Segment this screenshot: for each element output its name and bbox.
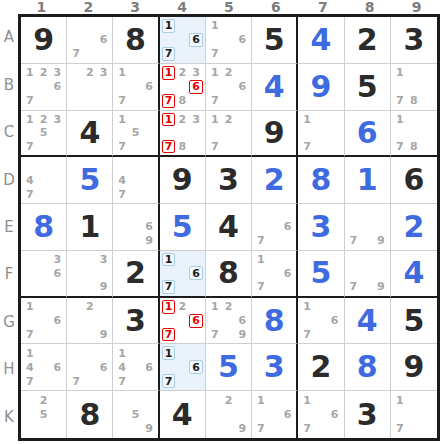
- given-digit: 5: [391, 298, 437, 344]
- cell-B4[interactable]: 123678: [160, 64, 206, 111]
- cell-G8[interactable]: 4: [345, 298, 391, 345]
- cell-G1[interactable]: 167: [21, 298, 67, 345]
- cell-H8[interactable]: 8: [345, 344, 391, 391]
- cell-D2[interactable]: 5: [67, 157, 113, 204]
- row-label-F: F: [0, 251, 18, 298]
- cell-G5[interactable]: 12679: [206, 298, 252, 345]
- row-label-C: C: [0, 109, 18, 156]
- cell-A3[interactable]: 8: [113, 17, 159, 64]
- sudoku-app: 123456789 ABCDEFGHK 96781671675423123672…: [0, 0, 443, 444]
- given-digit: 9: [252, 111, 296, 156]
- candidate-8: 8: [407, 140, 421, 154]
- candidate-7: 7: [162, 280, 176, 294]
- candidate-8: 8: [407, 94, 421, 108]
- cell-H7[interactable]: 2: [298, 344, 344, 391]
- row-labels: ABCDEFGHK: [0, 14, 18, 441]
- cell-F5[interactable]: 8: [206, 251, 252, 298]
- cell-D3[interactable]: 47: [113, 157, 159, 204]
- given-digit: 5: [345, 64, 390, 110]
- candidate-grid: 47: [113, 157, 157, 203]
- cell-E4[interactable]: 5: [160, 204, 206, 251]
- col-label-2: 2: [65, 0, 112, 14]
- candidate-grid: 167: [252, 251, 296, 296]
- candidate-1: 1: [162, 66, 176, 80]
- solved-digit: 4: [391, 251, 437, 296]
- candidate-7: 7: [115, 140, 128, 154]
- candidate-7: 7: [300, 328, 314, 342]
- cell-B5[interactable]: 1267: [206, 64, 252, 111]
- candidate-7: 7: [23, 187, 37, 201]
- cell-D5[interactable]: 3: [206, 157, 252, 204]
- cell-C8[interactable]: 6: [345, 111, 391, 158]
- cell-D1[interactable]: 47: [21, 157, 67, 204]
- candidate-1: 1: [208, 113, 222, 127]
- candidate-grid: 29: [206, 391, 251, 438]
- candidate-9: 9: [235, 328, 249, 342]
- candidate-6: 6: [235, 80, 249, 94]
- candidate-grid: 79: [345, 251, 390, 296]
- row-label-E: E: [0, 204, 18, 251]
- cell-H3[interactable]: 1467: [113, 344, 159, 391]
- candidate-6: 6: [281, 407, 294, 421]
- cell-D9[interactable]: 6: [391, 157, 437, 204]
- candidate-6: 6: [142, 80, 155, 94]
- candidate-grid: 127: [206, 111, 251, 156]
- candidate-7: 7: [300, 140, 314, 154]
- cell-K6[interactable]: 167: [252, 391, 298, 438]
- cell-A1[interactable]: 9: [21, 17, 67, 64]
- candidate-7: 7: [208, 47, 222, 61]
- row-label-H: H: [0, 346, 18, 393]
- candidate-1: 1: [23, 300, 37, 314]
- cell-A2[interactable]: 67: [67, 17, 113, 64]
- candidate-3: 3: [50, 66, 64, 80]
- candidate-grid: 123678: [160, 64, 205, 110]
- candidate-6: 6: [235, 33, 249, 47]
- given-digit: 3: [206, 157, 251, 203]
- candidate-grid: 167: [298, 391, 343, 438]
- solved-digit: 5: [160, 204, 205, 250]
- candidate-2: 2: [222, 300, 236, 314]
- cell-F2[interactable]: 39: [67, 251, 113, 298]
- cell-E1[interactable]: 8: [21, 204, 67, 251]
- candidate-8: 8: [175, 94, 189, 108]
- candidate-4: 4: [23, 360, 37, 374]
- candidate-9: 9: [142, 422, 155, 436]
- given-digit: 9: [160, 157, 205, 203]
- candidate-3: 3: [50, 253, 64, 267]
- candidate-grid: 36: [21, 251, 66, 296]
- candidate-6: 6: [328, 407, 342, 421]
- cell-A6[interactable]: 5: [252, 17, 298, 64]
- given-digit: 8: [206, 251, 251, 296]
- candidate-7: 7: [69, 47, 83, 61]
- cell-C6[interactable]: 9: [252, 111, 298, 158]
- cell-D4[interactable]: 9: [160, 157, 206, 204]
- candidate-2: 2: [175, 113, 189, 127]
- candidate-6: 6: [189, 80, 203, 94]
- candidate-grid: 47: [21, 157, 66, 203]
- col-label-7: 7: [299, 0, 346, 14]
- candidate-grid: 178: [391, 111, 437, 156]
- cell-G6[interactable]: 8: [252, 298, 298, 345]
- col-label-1: 1: [18, 0, 65, 14]
- cell-B8[interactable]: 5: [345, 64, 391, 111]
- cell-E8[interactable]: 79: [345, 204, 391, 251]
- cell-H5[interactable]: 5: [206, 344, 252, 391]
- candidate-1: 1: [162, 19, 176, 33]
- candidate-7: 7: [254, 280, 267, 294]
- solved-digit: 2: [252, 157, 296, 203]
- solved-digit: 5: [298, 251, 343, 296]
- candidate-1: 1: [393, 113, 407, 127]
- cell-E3[interactable]: 69: [113, 204, 159, 251]
- cell-A4[interactable]: 167: [160, 17, 206, 64]
- candidate-1: 1: [208, 300, 222, 314]
- candidate-6: 6: [189, 33, 203, 47]
- cell-C1[interactable]: 12357: [21, 111, 67, 158]
- candidate-7: 7: [23, 328, 37, 342]
- cell-D7[interactable]: 8: [298, 157, 344, 204]
- candidate-grid: 12378: [160, 111, 205, 156]
- solved-digit: 6: [345, 111, 390, 156]
- given-digit: 9: [21, 17, 66, 63]
- candidate-grid: 167: [21, 298, 66, 344]
- candidate-1: 1: [300, 300, 314, 314]
- cell-A9[interactable]: 3: [391, 17, 437, 64]
- solved-digit: 5: [206, 344, 251, 390]
- candidate-grid: 67: [67, 344, 112, 390]
- cell-G3[interactable]: 3: [113, 298, 159, 345]
- cell-K2[interactable]: 8: [67, 391, 113, 438]
- candidate-grid: 167: [252, 391, 296, 438]
- candidate-7: 7: [393, 140, 407, 154]
- given-digit: 1: [67, 204, 112, 250]
- given-digit: 4: [206, 204, 251, 250]
- solved-digit: 5: [67, 157, 112, 203]
- candidate-9: 9: [374, 280, 388, 294]
- candidate-2: 2: [175, 66, 189, 80]
- candidate-7: 7: [115, 94, 128, 108]
- solved-digit: 9: [298, 64, 343, 110]
- candidate-2: 2: [175, 300, 189, 314]
- given-digit: 4: [67, 111, 112, 156]
- candidate-1: 1: [162, 300, 176, 314]
- given-digit: 5: [252, 17, 296, 63]
- cell-F1[interactable]: 36: [21, 251, 67, 298]
- column-labels: 123456789: [18, 0, 440, 14]
- candidate-3: 3: [50, 113, 64, 127]
- candidate-1: 1: [300, 113, 314, 127]
- candidate-5: 5: [37, 407, 51, 421]
- candidate-6: 6: [281, 220, 294, 234]
- cell-K7[interactable]: 167: [298, 391, 344, 438]
- candidate-1: 1: [115, 346, 128, 360]
- candidate-3: 3: [189, 66, 203, 80]
- candidate-6: 6: [142, 220, 155, 234]
- cell-B6[interactable]: 4: [252, 64, 298, 111]
- cell-C2[interactable]: 4: [67, 111, 113, 158]
- candidate-7: 7: [115, 187, 128, 201]
- cell-E9[interactable]: 2: [391, 204, 437, 251]
- candidate-7: 7: [393, 422, 407, 436]
- cell-D8[interactable]: 1: [345, 157, 391, 204]
- candidate-7: 7: [162, 328, 176, 342]
- candidate-7: 7: [393, 94, 407, 108]
- candidate-1: 1: [254, 393, 267, 407]
- solved-digit: 8: [345, 344, 390, 390]
- candidate-6: 6: [50, 360, 64, 374]
- candidate-grid: 12679: [206, 298, 251, 344]
- candidate-4: 4: [23, 173, 37, 187]
- col-label-8: 8: [346, 0, 393, 14]
- col-label-4: 4: [159, 0, 206, 14]
- cell-F6[interactable]: 167: [252, 251, 298, 298]
- candidate-6: 6: [189, 266, 203, 280]
- solved-digit: 8: [21, 204, 66, 250]
- candidate-grid: 167: [298, 298, 343, 344]
- solved-digit: 8: [252, 298, 296, 344]
- cell-B3[interactable]: 167: [113, 64, 159, 111]
- candidate-6: 6: [189, 314, 203, 328]
- cell-K9[interactable]: 17: [391, 391, 437, 438]
- cell-H1[interactable]: 1467: [21, 344, 67, 391]
- cell-E5[interactable]: 4: [206, 204, 252, 251]
- row-label-G: G: [0, 299, 18, 346]
- candidate-1: 1: [23, 113, 37, 127]
- cell-H6[interactable]: 3: [252, 344, 298, 391]
- candidate-2: 2: [222, 113, 236, 127]
- solved-digit: 4: [252, 64, 296, 110]
- cell-F7[interactable]: 5: [298, 251, 344, 298]
- given-digit: 2: [345, 17, 390, 63]
- candidate-5: 5: [129, 407, 142, 421]
- candidate-7: 7: [208, 94, 222, 108]
- candidate-5: 5: [37, 126, 51, 140]
- solved-digit: 1: [345, 157, 390, 203]
- candidate-8: 8: [175, 140, 189, 154]
- candidate-3: 3: [97, 66, 111, 80]
- candidate-1: 1: [208, 19, 222, 33]
- cell-E6[interactable]: 67: [252, 204, 298, 251]
- given-digit: 8: [113, 17, 157, 63]
- cell-B2[interactable]: 23: [67, 64, 113, 111]
- candidate-7: 7: [162, 374, 176, 388]
- cell-C4[interactable]: 12378: [160, 111, 206, 158]
- candidate-7: 7: [162, 47, 176, 61]
- candidate-grid: 1467: [21, 344, 66, 390]
- solved-digit: 3: [298, 204, 343, 250]
- cell-H9[interactable]: 9: [391, 344, 437, 391]
- candidate-grid: 1267: [206, 64, 251, 110]
- col-label-5: 5: [206, 0, 253, 14]
- candidate-7: 7: [162, 140, 176, 154]
- given-digit: 8: [67, 391, 112, 438]
- candidate-9: 9: [97, 280, 111, 294]
- given-digit: 9: [391, 344, 437, 390]
- cell-K1[interactable]: 25: [21, 391, 67, 438]
- candidate-7: 7: [208, 328, 222, 342]
- candidate-1: 1: [162, 346, 176, 360]
- row-label-A: A: [0, 14, 18, 61]
- candidate-7: 7: [115, 374, 128, 388]
- candidate-grid: 167: [206, 17, 251, 63]
- candidate-1: 1: [162, 253, 176, 267]
- candidate-6: 6: [235, 314, 249, 328]
- cell-K3[interactable]: 59: [113, 391, 159, 438]
- cell-G7[interactable]: 167: [298, 298, 344, 345]
- candidate-grid: 178: [391, 64, 437, 110]
- candidate-1: 1: [393, 66, 407, 80]
- candidate-1: 1: [162, 113, 176, 127]
- cell-G2[interactable]: 29: [67, 298, 113, 345]
- candidate-1: 1: [115, 113, 128, 127]
- solved-digit: 4: [298, 17, 343, 63]
- candidate-grid: 1267: [160, 298, 205, 344]
- cell-C3[interactable]: 157: [113, 111, 159, 158]
- cell-C7[interactable]: 17: [298, 111, 344, 158]
- given-digit: 3: [113, 298, 157, 344]
- cell-B9[interactable]: 178: [391, 64, 437, 111]
- candidate-grid: 12367: [21, 64, 66, 110]
- candidate-2: 2: [37, 66, 51, 80]
- cell-F3[interactable]: 2: [113, 251, 159, 298]
- cell-H2[interactable]: 67: [67, 344, 113, 391]
- candidate-7: 7: [347, 234, 361, 248]
- candidate-7: 7: [23, 94, 37, 108]
- sudoku-board: 9678167167542312367231671236781267495178…: [18, 14, 440, 441]
- row-label-B: B: [0, 61, 18, 108]
- candidate-4: 4: [115, 173, 128, 187]
- row-label-D: D: [0, 156, 18, 203]
- candidate-1: 1: [300, 393, 314, 407]
- candidate-grid: 25: [21, 391, 66, 438]
- candidate-6: 6: [328, 314, 342, 328]
- candidate-6: 6: [50, 266, 64, 280]
- candidate-7: 7: [254, 234, 267, 248]
- candidate-1: 1: [23, 346, 37, 360]
- cell-E2[interactable]: 1: [67, 204, 113, 251]
- candidate-9: 9: [142, 234, 155, 248]
- cell-F8[interactable]: 79: [345, 251, 391, 298]
- row-label-K: K: [0, 394, 18, 441]
- cell-C5[interactable]: 127: [206, 111, 252, 158]
- candidate-grid: 39: [67, 251, 112, 296]
- candidate-1: 1: [393, 393, 407, 407]
- candidate-5: 5: [129, 126, 142, 140]
- candidate-6: 6: [142, 360, 155, 374]
- cell-D6[interactable]: 2: [252, 157, 298, 204]
- candidate-grid: 79: [345, 204, 390, 250]
- candidate-6: 6: [97, 360, 111, 374]
- candidate-grid: 12357: [21, 111, 66, 156]
- candidate-6: 6: [281, 266, 294, 280]
- candidate-grid: 59: [113, 391, 157, 438]
- given-digit: 4: [160, 391, 205, 438]
- cell-H4[interactable]: 167: [160, 344, 206, 391]
- candidate-1: 1: [254, 253, 267, 267]
- cell-K8[interactable]: 3: [345, 391, 391, 438]
- cell-F4[interactable]: 167: [160, 251, 206, 298]
- candidate-7: 7: [300, 422, 314, 436]
- candidate-2: 2: [37, 393, 51, 407]
- cell-K4[interactable]: 4: [160, 391, 206, 438]
- col-label-6: 6: [252, 0, 299, 14]
- candidate-1: 1: [208, 66, 222, 80]
- candidate-1: 1: [115, 66, 128, 80]
- candidate-2: 2: [83, 66, 97, 80]
- candidate-grid: 167: [113, 64, 157, 110]
- col-label-3: 3: [112, 0, 159, 14]
- candidate-7: 7: [23, 140, 37, 154]
- candidate-2: 2: [83, 300, 97, 314]
- cell-A8[interactable]: 2: [345, 17, 391, 64]
- cell-F9[interactable]: 4: [391, 251, 437, 298]
- cell-B7[interactable]: 9: [298, 64, 344, 111]
- candidate-grid: 167: [160, 17, 205, 63]
- candidate-7: 7: [208, 140, 222, 154]
- candidate-2: 2: [222, 66, 236, 80]
- candidate-6: 6: [50, 314, 64, 328]
- candidate-grid: 167: [160, 251, 205, 296]
- candidate-grid: 69: [113, 204, 157, 250]
- given-digit: 3: [391, 17, 437, 63]
- candidate-7: 7: [23, 374, 37, 388]
- given-digit: 2: [113, 251, 157, 296]
- candidate-6: 6: [97, 33, 111, 47]
- candidate-grid: 67: [67, 17, 112, 63]
- candidate-3: 3: [97, 253, 111, 267]
- candidate-3: 3: [189, 113, 203, 127]
- cell-A5[interactable]: 167: [206, 17, 252, 64]
- cell-K5[interactable]: 29: [206, 391, 252, 438]
- solved-digit: 3: [252, 344, 296, 390]
- cell-B1[interactable]: 12367: [21, 64, 67, 111]
- candidate-9: 9: [235, 422, 249, 436]
- solved-digit: 2: [391, 204, 437, 250]
- cell-A7[interactable]: 4: [298, 17, 344, 64]
- candidate-grid: 17: [298, 111, 343, 156]
- candidate-2: 2: [222, 393, 236, 407]
- candidate-6: 6: [189, 360, 203, 374]
- candidate-grid: 67: [252, 204, 296, 250]
- candidate-9: 9: [97, 328, 111, 342]
- given-digit: 6: [391, 157, 437, 203]
- candidate-6: 6: [50, 80, 64, 94]
- candidate-grid: 17: [391, 391, 437, 438]
- candidate-grid: 167: [160, 344, 205, 390]
- given-digit: 3: [345, 391, 390, 438]
- candidate-grid: 1467: [113, 344, 157, 390]
- given-digit: 2: [298, 344, 343, 390]
- candidate-1: 1: [23, 66, 37, 80]
- candidate-7: 7: [162, 94, 176, 108]
- candidate-7: 7: [254, 422, 267, 436]
- cell-G9[interactable]: 5: [391, 298, 437, 345]
- solved-digit: 4: [345, 298, 390, 344]
- cell-C9[interactable]: 178: [391, 111, 437, 158]
- candidate-7: 7: [69, 374, 83, 388]
- candidate-grid: 23: [67, 64, 112, 110]
- candidate-grid: 29: [67, 298, 112, 344]
- cell-G4[interactable]: 1267: [160, 298, 206, 345]
- candidate-7: 7: [347, 280, 361, 294]
- solved-digit: 8: [298, 157, 343, 203]
- candidate-grid: 157: [113, 111, 157, 156]
- candidate-4: 4: [115, 360, 128, 374]
- candidate-9: 9: [374, 234, 388, 248]
- cell-E7[interactable]: 3: [298, 204, 344, 251]
